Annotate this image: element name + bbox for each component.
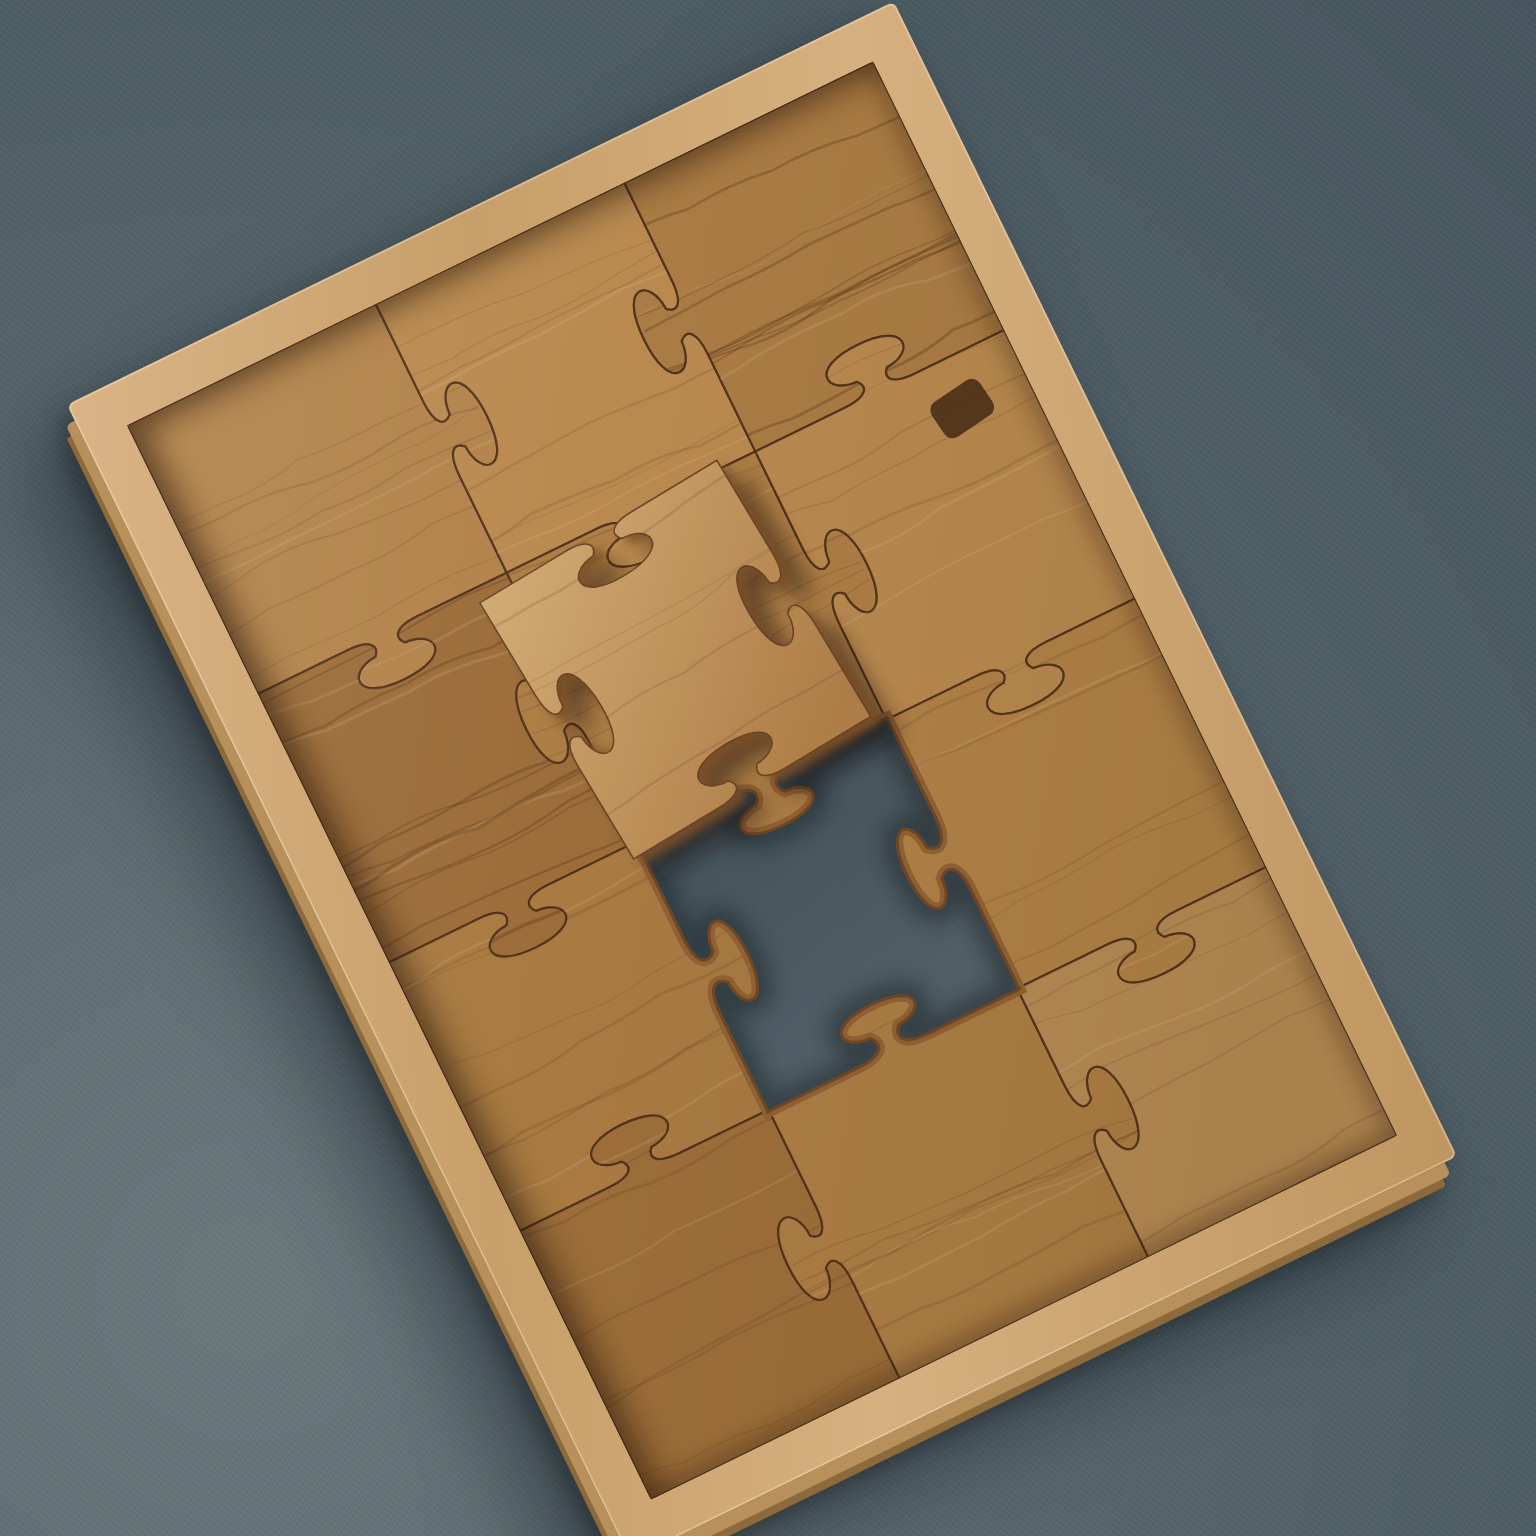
puzzle-tray-frame <box>67 1 1457 1536</box>
tray-shadow-wrap <box>302 138 1222 1423</box>
tray-field <box>127 62 1397 1500</box>
table-surface <box>0 0 1536 1536</box>
puzzle-board <box>127 62 1397 1500</box>
